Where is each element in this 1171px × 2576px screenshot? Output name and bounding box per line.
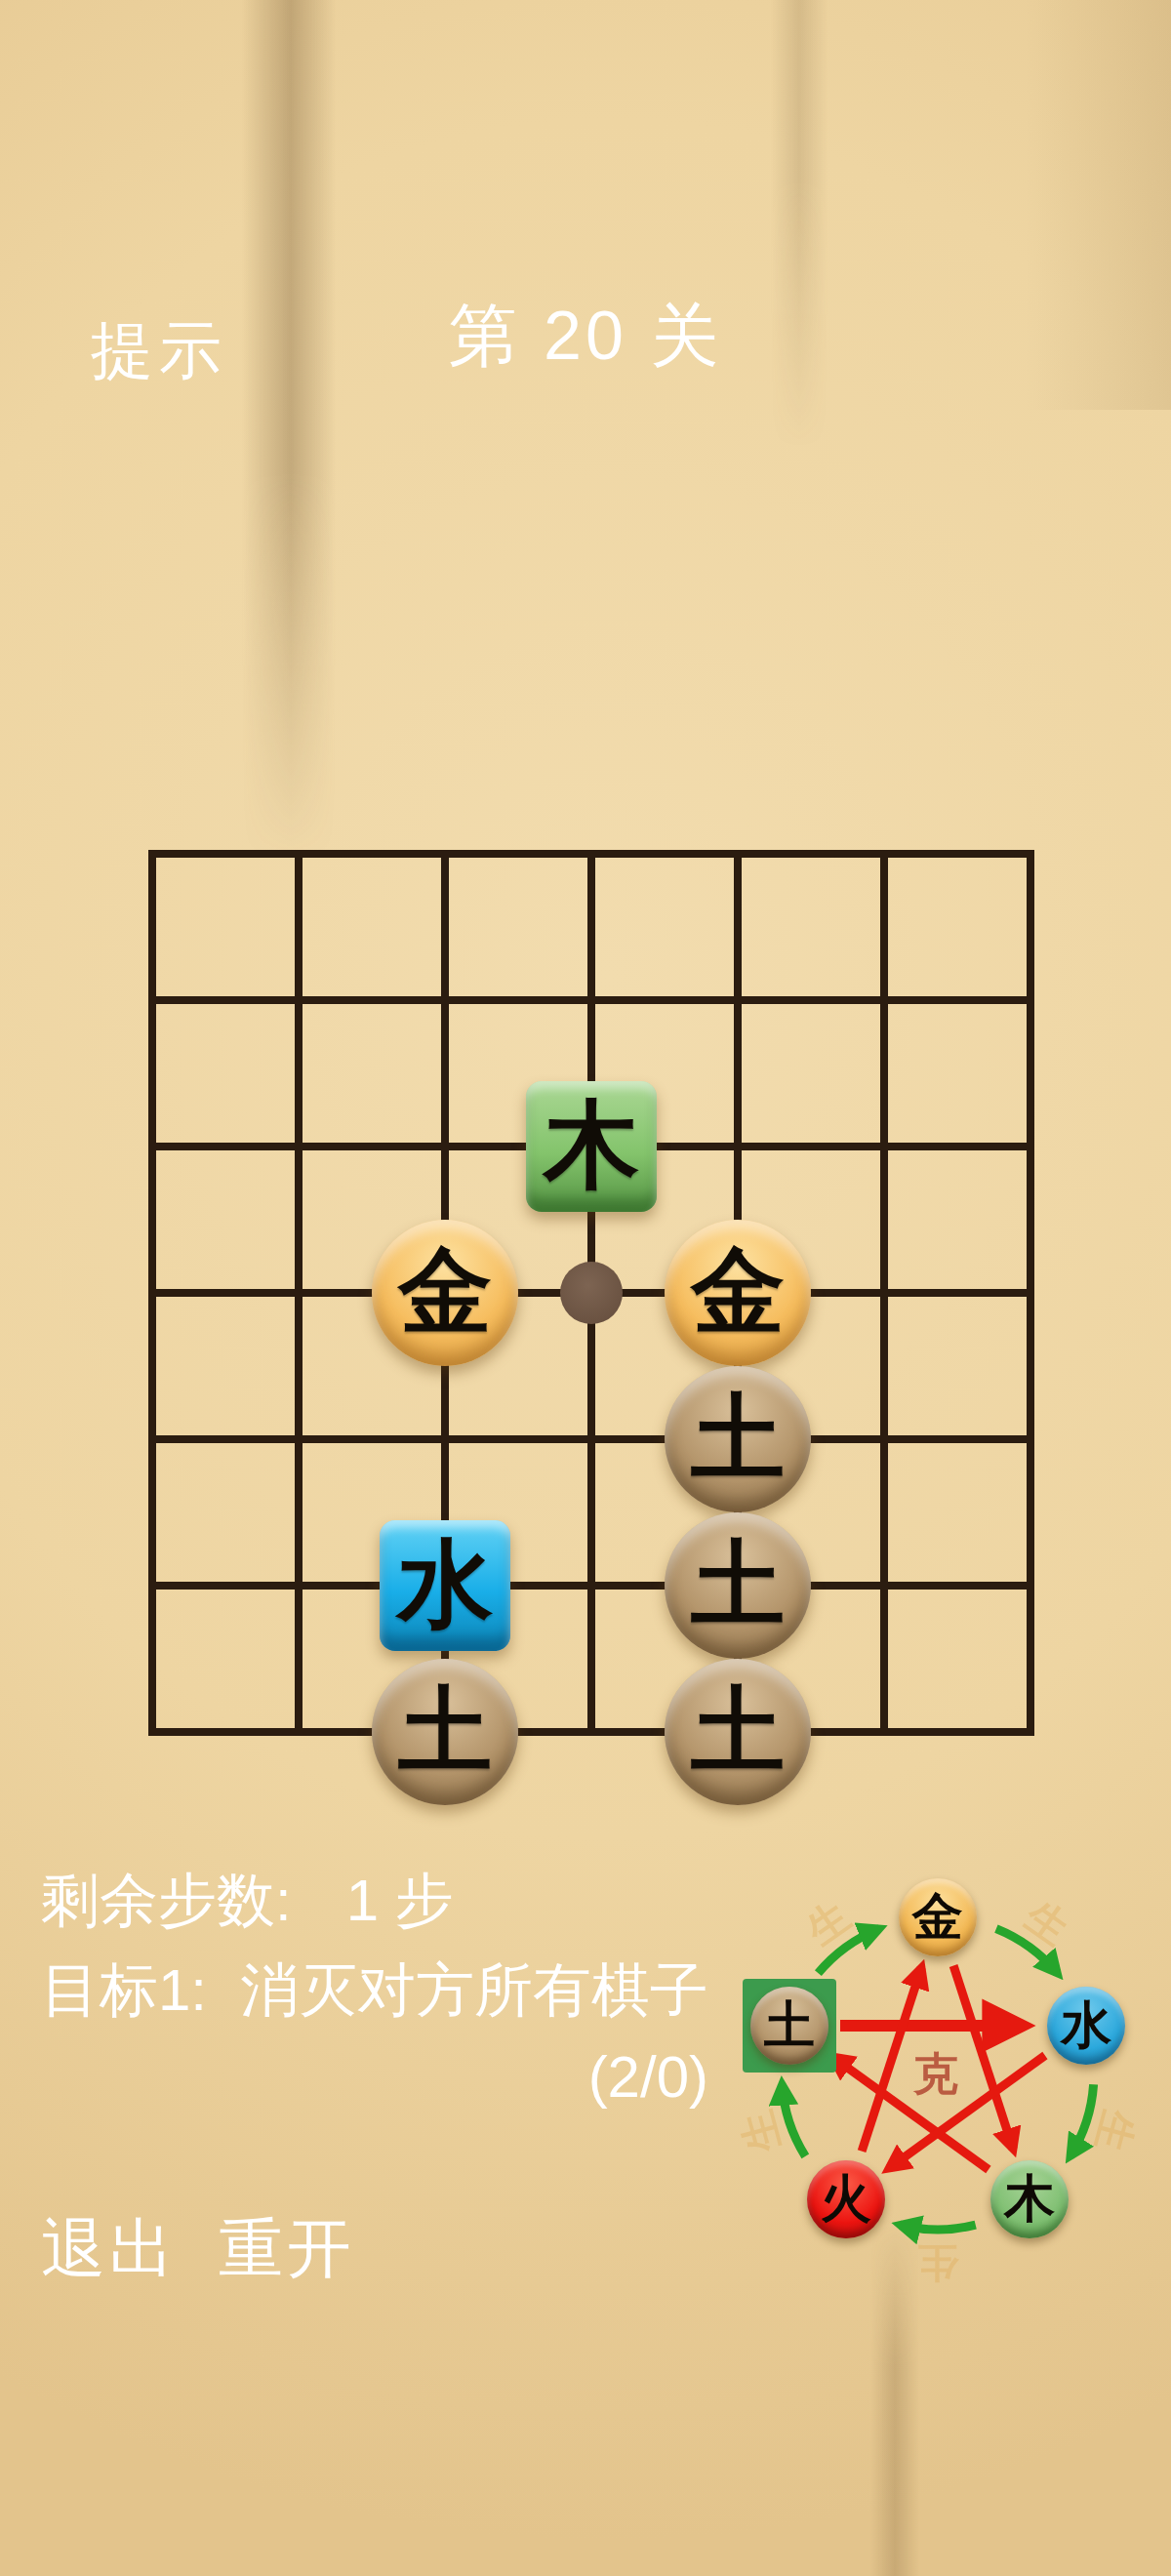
wuxing-diagram: 生 生 生 生 生 金 水 木 火 土 克 xyxy=(722,1852,1161,2311)
piece-water-2-5[interactable]: 水 xyxy=(380,1520,510,1651)
goal-progress: (2/0) xyxy=(41,2043,708,2111)
level-title: 第 20 关 xyxy=(0,291,1171,382)
footer-buttons: 退出 重开 xyxy=(41,2205,355,2293)
remaining-steps-value: 1 步 xyxy=(346,1862,454,1941)
piece-earth-4-4[interactable]: 土 xyxy=(665,1366,811,1512)
piece-earth-4-6[interactable]: 土 xyxy=(665,1659,811,1805)
piece-metal-2-3[interactable]: 金 xyxy=(372,1220,518,1366)
wuxing-node-wood: 木 xyxy=(990,2160,1069,2238)
sheng-background-glyph: 生 xyxy=(730,2104,793,2157)
wuxing-node-water: 水 xyxy=(1047,1987,1125,2065)
sheng-background-glyph: 生 xyxy=(1015,1889,1080,1957)
piece-metal-4-3[interactable]: 金 xyxy=(665,1220,811,1366)
sheng-background-glyph: 生 xyxy=(1083,2104,1147,2157)
goal-text: 消灭对方所有棋子 xyxy=(240,1952,708,2031)
restart-button[interactable]: 重开 xyxy=(219,2205,355,2293)
grid-line-horizontal xyxy=(156,1435,1027,1443)
ke-center-label: 克 xyxy=(913,2044,958,2105)
board[interactable]: 木金金土水土土土 xyxy=(148,850,1034,1736)
goal-label: 目标1: xyxy=(41,1952,207,2031)
grid-line-horizontal xyxy=(156,996,1027,1004)
wuxing-node-fire: 火 xyxy=(807,2160,885,2238)
exit-button[interactable]: 退出 xyxy=(41,2205,178,2293)
move-marker-dot xyxy=(560,1262,623,1324)
piece-earth-2-6[interactable]: 土 xyxy=(372,1659,518,1805)
sheng-background-glyph: 生 xyxy=(917,2234,958,2289)
sheng-background-glyph: 生 xyxy=(796,1889,862,1957)
remaining-steps: 剩余步数: 1 步 xyxy=(41,1862,454,1941)
game-screen: 提示 第 20 关 木金金土水土土土 剩余步数: 1 步 目标1: 消灭对方所有… xyxy=(0,0,1171,2576)
remaining-steps-label: 剩余步数: xyxy=(41,1862,292,1941)
piece-wood-3-2[interactable]: 木 xyxy=(526,1081,657,1212)
grid-line-horizontal xyxy=(156,1582,1027,1590)
piece-earth-4-5[interactable]: 土 xyxy=(665,1512,811,1659)
goal: 目标1: 消灭对方所有棋子 xyxy=(41,1952,708,2031)
wuxing-node-metal: 金 xyxy=(899,1878,977,1956)
background-fold-shadow xyxy=(242,0,336,859)
wuxing-node-earth: 土 xyxy=(750,1987,828,2065)
